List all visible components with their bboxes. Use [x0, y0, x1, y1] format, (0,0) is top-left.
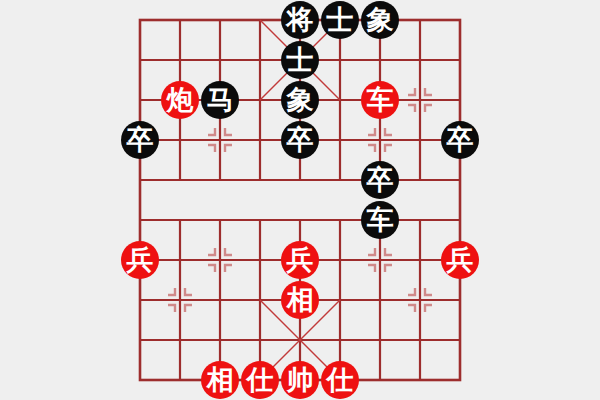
xiangqi-app: 将士象士炮马象车卒卒卒卒车兵兵兵相相仕帅仕	[0, 0, 600, 400]
piece-red-pawn[interactable]: 兵	[441, 241, 479, 279]
piece-black-elephant[interactable]: 象	[281, 81, 319, 119]
piece-grid: 将士象士炮马象车卒卒卒卒车兵兵兵相相仕帅仕	[120, 0, 480, 400]
piece-red-pawn[interactable]: 兵	[281, 241, 319, 279]
piece-black-pawn[interactable]: 卒	[441, 121, 479, 159]
piece-red-advisor[interactable]: 仕	[241, 361, 279, 399]
piece-black-advisor[interactable]: 士	[281, 41, 319, 79]
piece-black-general[interactable]: 将	[281, 1, 319, 39]
piece-black-elephant[interactable]: 象	[361, 1, 399, 39]
piece-black-pawn[interactable]: 卒	[361, 161, 399, 199]
piece-red-elephant[interactable]: 相	[281, 281, 319, 319]
piece-red-pawn[interactable]: 兵	[121, 241, 159, 279]
piece-red-elephant[interactable]: 相	[201, 361, 239, 399]
piece-black-advisor[interactable]: 士	[321, 1, 359, 39]
piece-black-pawn[interactable]: 卒	[281, 121, 319, 159]
piece-black-chariot[interactable]: 车	[361, 201, 399, 239]
piece-red-cannon[interactable]: 炮	[161, 81, 199, 119]
xiangqi-board: 将士象士炮马象车卒卒卒卒车兵兵兵相相仕帅仕	[120, 0, 480, 400]
piece-black-horse[interactable]: 马	[201, 81, 239, 119]
piece-black-pawn[interactable]: 卒	[121, 121, 159, 159]
piece-red-general[interactable]: 帅	[281, 361, 319, 399]
piece-red-advisor[interactable]: 仕	[321, 361, 359, 399]
piece-red-chariot[interactable]: 车	[361, 81, 399, 119]
